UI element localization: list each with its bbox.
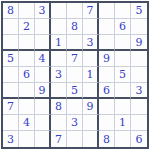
given-digit: 6 [103, 85, 110, 96]
given-digit: 9 [39, 85, 46, 96]
cell-r3c5[interactable] [67, 35, 83, 51]
cell-r3c6[interactable]: 3 [83, 35, 99, 51]
cell-r5c3[interactable] [35, 67, 51, 83]
cell-r8c3[interactable] [35, 115, 51, 131]
cell-r2c8[interactable]: 6 [115, 19, 131, 35]
cell-r4c2[interactable] [19, 51, 35, 67]
cell-r6c2[interactable] [19, 83, 35, 99]
cell-r5c5[interactable] [67, 67, 83, 83]
cell-r2c1[interactable] [3, 19, 19, 35]
cell-r4c6[interactable] [83, 51, 99, 67]
given-digit: 7 [87, 5, 94, 16]
cell-r8c7[interactable] [99, 115, 115, 131]
cell-r2c5[interactable]: 8 [67, 19, 83, 35]
cell-r8c8[interactable]: 1 [115, 115, 131, 131]
cell-r2c3[interactable] [35, 19, 51, 35]
cell-r6c9[interactable]: 3 [131, 83, 147, 99]
given-digit: 8 [71, 21, 78, 32]
cell-r7c2[interactable] [19, 99, 35, 115]
given-digit: 9 [87, 101, 94, 112]
cell-r8c4[interactable] [51, 115, 67, 131]
cell-r3c4[interactable]: 1 [51, 35, 67, 51]
cell-r4c5[interactable]: 7 [67, 51, 83, 67]
cell-r9c9[interactable]: 6 [131, 131, 147, 147]
cell-r1c8[interactable] [115, 3, 131, 19]
cell-r5c6[interactable]: 1 [83, 67, 99, 83]
cell-r9c5[interactable] [67, 131, 83, 147]
cell-r2c6[interactable] [83, 19, 99, 35]
cell-r8c1[interactable] [3, 115, 19, 131]
cell-r1c3[interactable]: 3 [35, 3, 51, 19]
cell-r7c3[interactable] [35, 99, 51, 115]
cell-r6c4[interactable] [51, 83, 67, 99]
cell-r3c8[interactable] [115, 35, 131, 51]
cell-r6c8[interactable] [115, 83, 131, 99]
cell-r7c8[interactable] [115, 99, 131, 115]
given-digit: 8 [7, 5, 14, 16]
given-digit: 5 [136, 5, 143, 16]
given-digit: 7 [7, 101, 14, 112]
given-digit: 4 [23, 117, 30, 128]
given-digit: 7 [71, 53, 78, 64]
cell-r4c3[interactable]: 4 [35, 51, 51, 67]
given-digit: 3 [71, 117, 78, 128]
cell-r5c7[interactable] [99, 67, 115, 83]
cell-r1c5[interactable] [67, 3, 83, 19]
cell-r5c2[interactable]: 6 [19, 67, 35, 83]
cell-r9c8[interactable] [115, 131, 131, 147]
given-digit: 9 [103, 53, 110, 64]
given-digit: 3 [39, 5, 46, 16]
cell-r7c9[interactable] [131, 99, 147, 115]
cell-r6c6[interactable] [83, 83, 99, 99]
given-digit: 7 [55, 134, 62, 145]
given-digit: 1 [55, 37, 62, 48]
given-digit: 3 [55, 69, 62, 80]
cell-r2c4[interactable] [51, 19, 67, 35]
cell-r1c6[interactable]: 7 [83, 3, 99, 19]
cell-r6c1[interactable] [3, 83, 19, 99]
given-digit: 6 [23, 69, 30, 80]
given-digit: 1 [87, 69, 94, 80]
cell-r3c2[interactable] [19, 35, 35, 51]
cell-r5c4[interactable]: 3 [51, 67, 67, 83]
cell-r8c9[interactable] [131, 115, 147, 131]
cell-r7c1[interactable]: 7 [3, 99, 19, 115]
given-digit: 2 [23, 21, 30, 32]
cell-r4c4[interactable] [51, 51, 67, 67]
cell-r6c5[interactable]: 5 [67, 83, 83, 99]
given-digit: 1 [119, 117, 126, 128]
given-digit: 4 [39, 53, 46, 64]
cell-r9c4[interactable]: 7 [51, 131, 67, 147]
cell-r5c1[interactable] [3, 67, 19, 83]
cell-r2c2[interactable]: 2 [19, 19, 35, 35]
cell-r1c2[interactable] [19, 3, 35, 19]
cell-r1c4[interactable] [51, 3, 67, 19]
cell-r9c1[interactable]: 3 [3, 131, 19, 147]
given-digit: 8 [103, 134, 110, 145]
cell-r8c2[interactable]: 4 [19, 115, 35, 131]
given-digit: 6 [136, 134, 143, 145]
cell-r4c9[interactable] [131, 51, 147, 67]
sudoku-page: 83752861395479631595637894313786 [0, 0, 150, 150]
cell-r9c6[interactable] [83, 131, 99, 147]
given-digit: 8 [55, 101, 62, 112]
cell-r7c7[interactable] [99, 99, 115, 115]
cell-r4c7[interactable]: 9 [99, 51, 115, 67]
cell-r1c9[interactable]: 5 [131, 3, 147, 19]
cell-r4c1[interactable]: 5 [3, 51, 19, 67]
cell-r2c7[interactable] [99, 19, 115, 35]
cell-r9c3[interactable] [35, 131, 51, 147]
cell-r9c2[interactable] [19, 131, 35, 147]
cell-r6c7[interactable]: 6 [99, 83, 115, 99]
cell-r3c1[interactable] [3, 35, 19, 51]
cell-r3c9[interactable]: 9 [131, 35, 147, 51]
given-digit: 5 [7, 53, 14, 64]
cell-r9c7[interactable]: 8 [99, 131, 115, 147]
sudoku-board: 83752861395479631595637894313786 [1, 1, 149, 149]
cell-r5c8[interactable]: 5 [115, 67, 131, 83]
cell-r3c3[interactable] [35, 35, 51, 51]
cell-r8c5[interactable]: 3 [67, 115, 83, 131]
cell-r1c1[interactable]: 8 [3, 3, 19, 19]
cell-r5c9[interactable] [131, 67, 147, 83]
given-digit: 5 [71, 85, 78, 96]
given-digit: 3 [87, 37, 94, 48]
cell-r7c6[interactable]: 9 [83, 99, 99, 115]
cell-r3c7[interactable] [99, 35, 115, 51]
cell-r7c5[interactable] [67, 99, 83, 115]
given-digit: 5 [119, 69, 126, 80]
cell-r8c6[interactable] [83, 115, 99, 131]
given-digit: 6 [119, 21, 126, 32]
given-digit: 9 [136, 37, 143, 48]
given-digit: 3 [136, 85, 143, 96]
cell-r4c8[interactable] [115, 51, 131, 67]
given-digit: 3 [7, 134, 14, 145]
cell-r1c7[interactable] [99, 3, 115, 19]
cell-r6c3[interactable]: 9 [35, 83, 51, 99]
cell-r2c9[interactable] [131, 19, 147, 35]
cell-r7c4[interactable]: 8 [51, 99, 67, 115]
